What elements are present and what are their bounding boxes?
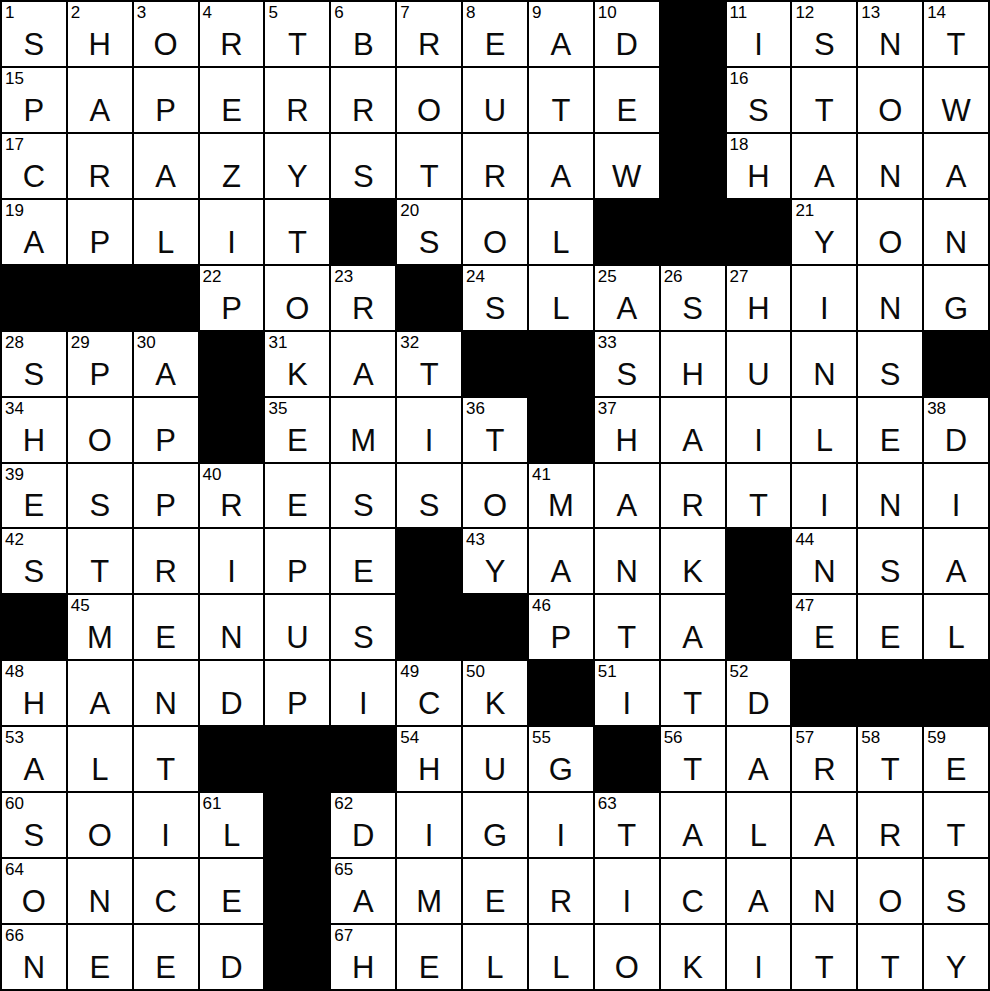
cell-r13c12[interactable]: L bbox=[727, 793, 791, 857]
cell-number: 39 bbox=[5, 464, 24, 485]
cell-r8c3[interactable]: P bbox=[134, 464, 198, 528]
cell-r13c1[interactable]: 60S bbox=[2, 793, 66, 857]
cell-r3c1[interactable]: 17C bbox=[2, 134, 66, 198]
cell-r8c4[interactable]: 40R bbox=[200, 464, 264, 528]
cell-letter: S bbox=[397, 227, 461, 258]
cell-r1c15[interactable]: 14T bbox=[924, 2, 988, 66]
cell-r15c2[interactable]: E bbox=[68, 925, 132, 989]
cell-r9c9[interactable]: A bbox=[529, 529, 593, 593]
cell-r10c9[interactable]: 46P bbox=[529, 595, 593, 659]
cell-r10c13[interactable]: 47E bbox=[792, 595, 856, 659]
cell-r7c11[interactable]: A bbox=[661, 398, 725, 462]
cell-r2c1[interactable]: 15P bbox=[2, 68, 66, 132]
cell-letter: U bbox=[463, 95, 527, 126]
cell-r3c6[interactable]: S bbox=[331, 134, 395, 198]
cell-letter: D bbox=[727, 688, 791, 719]
cell-r2c12[interactable]: 16S bbox=[727, 68, 791, 132]
cell-number: 38 bbox=[927, 398, 946, 419]
cell-r9c13[interactable]: 44N bbox=[792, 529, 856, 593]
cell-r12c12[interactable]: A bbox=[727, 727, 791, 791]
cell-r13c11[interactable]: A bbox=[661, 793, 725, 857]
cell-r2c10[interactable]: E bbox=[595, 68, 659, 132]
cell-r7c14[interactable]: E bbox=[858, 398, 922, 462]
black-cell bbox=[529, 661, 593, 725]
cell-r5c11[interactable]: 26S bbox=[661, 266, 725, 330]
cell-letter: C bbox=[2, 161, 66, 192]
cell-r2c6[interactable]: R bbox=[331, 68, 395, 132]
black-cell bbox=[727, 200, 791, 264]
cell-r4c4[interactable]: I bbox=[200, 200, 264, 264]
cell-r11c2[interactable]: A bbox=[68, 661, 132, 725]
cell-letter: R bbox=[792, 754, 856, 785]
cell-letter: T bbox=[68, 556, 132, 587]
cell-r7c7[interactable]: I bbox=[397, 398, 461, 462]
cell-number: 34 bbox=[5, 398, 24, 419]
cell-r8c10[interactable]: A bbox=[595, 464, 659, 528]
cell-r14c7[interactable]: M bbox=[397, 859, 461, 923]
cell-r1c14[interactable]: 13N bbox=[858, 2, 922, 66]
cell-number: 20 bbox=[400, 200, 419, 221]
cell-r2c15[interactable]: W bbox=[924, 68, 988, 132]
cell-r2c3[interactable]: P bbox=[134, 68, 198, 132]
cell-r12c3[interactable]: T bbox=[134, 727, 198, 791]
cell-r13c3[interactable]: I bbox=[134, 793, 198, 857]
cell-number: 18 bbox=[730, 134, 749, 155]
cell-r14c11[interactable]: C bbox=[661, 859, 725, 923]
cell-letter: R bbox=[265, 95, 329, 126]
cell-r5c9[interactable]: L bbox=[529, 266, 593, 330]
cell-r12c11[interactable]: 56T bbox=[661, 727, 725, 791]
cell-r7c8[interactable]: 36T bbox=[463, 398, 527, 462]
cell-letter: S bbox=[397, 490, 461, 521]
cell-r8c15[interactable]: I bbox=[924, 464, 988, 528]
cell-number: 23 bbox=[334, 266, 353, 287]
cell-letter: L bbox=[792, 425, 856, 456]
cell-r2c5[interactable]: R bbox=[265, 68, 329, 132]
cell-r8c9[interactable]: 41M bbox=[529, 464, 593, 528]
cell-r4c13[interactable]: 21Y bbox=[792, 200, 856, 264]
cell-letter: R bbox=[331, 95, 395, 126]
cell-letter: U bbox=[727, 359, 791, 390]
cell-letter: R bbox=[463, 161, 527, 192]
cell-letter: I bbox=[397, 820, 461, 851]
cell-r6c5[interactable]: 31K bbox=[265, 332, 329, 396]
cell-number: 65 bbox=[334, 859, 353, 880]
cell-letter: T bbox=[265, 227, 329, 258]
cell-r15c11[interactable]: K bbox=[661, 925, 725, 989]
cell-r13c7[interactable]: I bbox=[397, 793, 461, 857]
cell-r8c7[interactable]: S bbox=[397, 464, 461, 528]
cell-letter: C bbox=[134, 886, 198, 917]
cell-r15c4[interactable]: D bbox=[200, 925, 264, 989]
cell-letter: W bbox=[924, 95, 988, 126]
cell-letter: S bbox=[595, 359, 659, 390]
cell-r14c14[interactable]: O bbox=[858, 859, 922, 923]
cell-r9c2[interactable]: T bbox=[68, 529, 132, 593]
black-cell bbox=[331, 727, 395, 791]
cell-r6c1[interactable]: 28S bbox=[2, 332, 66, 396]
cell-r13c2[interactable]: O bbox=[68, 793, 132, 857]
black-cell bbox=[595, 727, 659, 791]
cell-r2c2[interactable]: A bbox=[68, 68, 132, 132]
cell-r15c15[interactable]: Y bbox=[924, 925, 988, 989]
cell-letter: G bbox=[463, 820, 527, 851]
cell-letter: R bbox=[529, 886, 593, 917]
cell-r5c10[interactable]: 25A bbox=[595, 266, 659, 330]
cell-r13c9[interactable]: I bbox=[529, 793, 593, 857]
cell-r3c7[interactable]: T bbox=[397, 134, 461, 198]
cell-r11c3[interactable]: N bbox=[134, 661, 198, 725]
cell-number: 62 bbox=[334, 793, 353, 814]
cell-r4c1[interactable]: 19A bbox=[2, 200, 66, 264]
cell-r11c11[interactable]: T bbox=[661, 661, 725, 725]
cell-r11c12[interactable]: 52D bbox=[727, 661, 791, 725]
cell-letter: T bbox=[792, 952, 856, 983]
cell-r7c6[interactable]: M bbox=[331, 398, 395, 462]
cell-r14c6[interactable]: 65A bbox=[331, 859, 395, 923]
cell-letter: I bbox=[331, 688, 395, 719]
cell-r6c6[interactable]: A bbox=[331, 332, 395, 396]
cell-r6c14[interactable]: S bbox=[858, 332, 922, 396]
cell-letter: A bbox=[924, 161, 988, 192]
cell-letter: E bbox=[134, 952, 198, 983]
cell-r6c7[interactable]: 32T bbox=[397, 332, 461, 396]
cell-r9c10[interactable]: N bbox=[595, 529, 659, 593]
cell-r2c13[interactable]: T bbox=[792, 68, 856, 132]
cell-r10c15[interactable]: L bbox=[924, 595, 988, 659]
cell-r14c3[interactable]: C bbox=[134, 859, 198, 923]
cell-letter: H bbox=[2, 425, 66, 456]
cell-r11c6[interactable]: I bbox=[331, 661, 395, 725]
cell-r10c4[interactable]: N bbox=[200, 595, 264, 659]
cell-letter: R bbox=[661, 490, 725, 521]
cell-r10c14[interactable]: E bbox=[858, 595, 922, 659]
cell-r11c7[interactable]: 49C bbox=[397, 661, 461, 725]
cell-r8c12[interactable]: T bbox=[727, 464, 791, 528]
cell-r15c13[interactable]: T bbox=[792, 925, 856, 989]
cell-r8c11[interactable]: R bbox=[661, 464, 725, 528]
cell-letter: E bbox=[463, 886, 527, 917]
black-cell bbox=[200, 332, 264, 396]
cell-r3c8[interactable]: R bbox=[463, 134, 527, 198]
cell-letter: I bbox=[397, 425, 461, 456]
cell-r15c9[interactable]: L bbox=[529, 925, 593, 989]
cell-r9c4[interactable]: I bbox=[200, 529, 264, 593]
cell-letter: E bbox=[265, 490, 329, 521]
cell-r12c2[interactable]: L bbox=[68, 727, 132, 791]
cell-r13c14[interactable]: R bbox=[858, 793, 922, 857]
cell-r13c15[interactable]: T bbox=[924, 793, 988, 857]
cell-r8c13[interactable]: I bbox=[792, 464, 856, 528]
cell-number: 11 bbox=[730, 2, 748, 23]
cell-letter: D bbox=[200, 688, 264, 719]
cell-letter: M bbox=[331, 425, 395, 456]
cell-letter: M bbox=[529, 490, 593, 521]
cell-r12c9[interactable]: 55G bbox=[529, 727, 593, 791]
cell-r9c5[interactable]: P bbox=[265, 529, 329, 593]
cell-r11c10[interactable]: 51I bbox=[595, 661, 659, 725]
cell-r7c2[interactable]: O bbox=[68, 398, 132, 462]
cell-letter: A bbox=[134, 161, 198, 192]
cell-r8c14[interactable]: N bbox=[858, 464, 922, 528]
cell-letter: A bbox=[595, 293, 659, 324]
cell-letter: T bbox=[397, 359, 461, 390]
cell-letter: E bbox=[858, 622, 922, 653]
cell-r4c5[interactable]: T bbox=[265, 200, 329, 264]
cell-letter: N bbox=[858, 293, 922, 324]
cell-letter: E bbox=[792, 622, 856, 653]
cell-r3c3[interactable]: A bbox=[134, 134, 198, 198]
cell-r5c8[interactable]: 24S bbox=[463, 266, 527, 330]
cell-r15c1[interactable]: 66N bbox=[2, 925, 66, 989]
cell-letter: I bbox=[792, 490, 856, 521]
cell-letter: C bbox=[661, 886, 725, 917]
cell-r2c14[interactable]: O bbox=[858, 68, 922, 132]
cell-number: 30 bbox=[137, 332, 156, 353]
cell-r14c10[interactable]: I bbox=[595, 859, 659, 923]
cell-r1c5[interactable]: 5T bbox=[265, 2, 329, 66]
cell-r13c13[interactable]: A bbox=[792, 793, 856, 857]
cell-r5c4[interactable]: 22P bbox=[200, 266, 264, 330]
cell-r11c5[interactable]: P bbox=[265, 661, 329, 725]
cell-r9c14[interactable]: S bbox=[858, 529, 922, 593]
cell-r11c8[interactable]: 50K bbox=[463, 661, 527, 725]
cell-r10c5[interactable]: U bbox=[265, 595, 329, 659]
cell-r2c8[interactable]: U bbox=[463, 68, 527, 132]
cell-r10c10[interactable]: T bbox=[595, 595, 659, 659]
cell-letter: N bbox=[858, 29, 922, 60]
black-cell bbox=[792, 661, 856, 725]
cell-r3c12[interactable]: 18H bbox=[727, 134, 791, 198]
cell-r7c13[interactable]: L bbox=[792, 398, 856, 462]
cell-r12c8[interactable]: U bbox=[463, 727, 527, 791]
cell-r4c3[interactable]: L bbox=[134, 200, 198, 264]
cell-number: 31 bbox=[268, 332, 287, 353]
cell-r7c12[interactable]: I bbox=[727, 398, 791, 462]
cell-r5c14[interactable]: N bbox=[858, 266, 922, 330]
cell-r7c1[interactable]: 34H bbox=[2, 398, 66, 462]
cell-r13c6[interactable]: 62D bbox=[331, 793, 395, 857]
cell-letter: A bbox=[134, 359, 198, 390]
cell-number: 5 bbox=[268, 2, 277, 23]
cell-r1c9[interactable]: 9A bbox=[529, 2, 593, 66]
cell-letter: E bbox=[595, 95, 659, 126]
cell-number: 21 bbox=[795, 200, 814, 221]
cell-letter: I bbox=[924, 490, 988, 521]
cell-letter: Y bbox=[792, 227, 856, 258]
cell-r8c6[interactable]: S bbox=[331, 464, 395, 528]
cell-r1c6[interactable]: 6B bbox=[331, 2, 395, 66]
cell-r3c4[interactable]: Z bbox=[200, 134, 264, 198]
cell-letter: A bbox=[331, 359, 395, 390]
cell-r15c3[interactable]: E bbox=[134, 925, 198, 989]
cell-r6c13[interactable]: N bbox=[792, 332, 856, 396]
black-cell bbox=[397, 595, 461, 659]
cell-letter: K bbox=[661, 556, 725, 587]
cell-r4c8[interactable]: O bbox=[463, 200, 527, 264]
cell-r3c2[interactable]: R bbox=[68, 134, 132, 198]
cell-letter: S bbox=[331, 161, 395, 192]
cell-r1c10[interactable]: 10D bbox=[595, 2, 659, 66]
cell-r3c13[interactable]: A bbox=[792, 134, 856, 198]
cell-r5c6[interactable]: 23R bbox=[331, 266, 395, 330]
cell-r10c6[interactable]: S bbox=[331, 595, 395, 659]
cell-number: 28 bbox=[5, 332, 24, 353]
cell-r3c5[interactable]: Y bbox=[265, 134, 329, 198]
cell-letter: H bbox=[595, 425, 659, 456]
cell-r3c10[interactable]: W bbox=[595, 134, 659, 198]
cell-number: 22 bbox=[203, 266, 222, 287]
cell-letter: P bbox=[200, 293, 264, 324]
black-cell bbox=[858, 661, 922, 725]
cell-letter: A bbox=[529, 29, 593, 60]
cell-r1c8[interactable]: 8E bbox=[463, 2, 527, 66]
cell-r13c8[interactable]: G bbox=[463, 793, 527, 857]
cell-letter: C bbox=[397, 688, 461, 719]
cell-number: 12 bbox=[795, 2, 814, 23]
cell-letter: I bbox=[727, 425, 791, 456]
cell-r4c14[interactable]: O bbox=[858, 200, 922, 264]
black-cell bbox=[397, 529, 461, 593]
cell-r4c7[interactable]: 20S bbox=[397, 200, 461, 264]
cell-r2c9[interactable]: T bbox=[529, 68, 593, 132]
cell-r14c12[interactable]: A bbox=[727, 859, 791, 923]
cell-r9c8[interactable]: 43Y bbox=[463, 529, 527, 593]
cell-r1c7[interactable]: 7R bbox=[397, 2, 461, 66]
cell-letter: I bbox=[792, 293, 856, 324]
cell-r14c1[interactable]: 64O bbox=[2, 859, 66, 923]
cell-r14c9[interactable]: R bbox=[529, 859, 593, 923]
cell-r15c8[interactable]: L bbox=[463, 925, 527, 989]
cell-r4c2[interactable]: P bbox=[68, 200, 132, 264]
cell-r10c11[interactable]: A bbox=[661, 595, 725, 659]
cell-r3c9[interactable]: A bbox=[529, 134, 593, 198]
cell-r3c15[interactable]: A bbox=[924, 134, 988, 198]
black-cell bbox=[265, 859, 329, 923]
cell-r15c14[interactable]: T bbox=[858, 925, 922, 989]
cell-letter: T bbox=[858, 754, 922, 785]
cell-letter: T bbox=[924, 820, 988, 851]
cell-r7c3[interactable]: P bbox=[134, 398, 198, 462]
cell-letter: T bbox=[792, 95, 856, 126]
cell-r9c15[interactable]: A bbox=[924, 529, 988, 593]
cell-r13c10[interactable]: 63T bbox=[595, 793, 659, 857]
cell-r13c4[interactable]: 61L bbox=[200, 793, 264, 857]
cell-letter: I bbox=[727, 29, 791, 60]
cell-letter: M bbox=[68, 622, 132, 653]
cell-r9c3[interactable]: R bbox=[134, 529, 198, 593]
cell-letter: P bbox=[134, 490, 198, 521]
cell-r1c13[interactable]: 12S bbox=[792, 2, 856, 66]
cell-r6c11[interactable]: H bbox=[661, 332, 725, 396]
cell-r12c14[interactable]: 58T bbox=[858, 727, 922, 791]
cell-letter: R bbox=[68, 161, 132, 192]
cell-r12c13[interactable]: 57R bbox=[792, 727, 856, 791]
cell-r8c8[interactable]: O bbox=[463, 464, 527, 528]
cell-letter: H bbox=[331, 952, 395, 983]
cell-r15c6[interactable]: 67H bbox=[331, 925, 395, 989]
cell-letter: A bbox=[661, 820, 725, 851]
cell-r6c12[interactable]: U bbox=[727, 332, 791, 396]
cell-number: 9 bbox=[532, 2, 541, 23]
cell-r9c1[interactable]: 42S bbox=[2, 529, 66, 593]
cell-letter: N bbox=[858, 161, 922, 192]
cell-r6c10[interactable]: 33S bbox=[595, 332, 659, 396]
cell-r10c2[interactable]: 45M bbox=[68, 595, 132, 659]
cell-r9c6[interactable]: E bbox=[331, 529, 395, 593]
cell-r8c5[interactable]: E bbox=[265, 464, 329, 528]
cell-number: 49 bbox=[400, 661, 419, 682]
cell-r11c1[interactable]: 48H bbox=[2, 661, 66, 725]
cell-r12c7[interactable]: 54H bbox=[397, 727, 461, 791]
cell-r14c2[interactable]: N bbox=[68, 859, 132, 923]
cell-letter: R bbox=[397, 29, 461, 60]
cell-r5c12[interactable]: 27H bbox=[727, 266, 791, 330]
cell-r5c5[interactable]: O bbox=[265, 266, 329, 330]
cell-r14c15[interactable]: S bbox=[924, 859, 988, 923]
cell-letter: I bbox=[727, 952, 791, 983]
cell-r1c3[interactable]: 3O bbox=[134, 2, 198, 66]
cell-number: 40 bbox=[203, 464, 222, 485]
cell-r7c15[interactable]: 38D bbox=[924, 398, 988, 462]
cell-letter: A bbox=[595, 490, 659, 521]
cell-r14c13[interactable]: N bbox=[792, 859, 856, 923]
cell-r6c2[interactable]: 29P bbox=[68, 332, 132, 396]
cell-r4c15[interactable]: N bbox=[924, 200, 988, 264]
cell-r10c3[interactable]: E bbox=[134, 595, 198, 659]
cell-r1c2[interactable]: 2H bbox=[68, 2, 132, 66]
cell-r15c10[interactable]: O bbox=[595, 925, 659, 989]
cell-number: 32 bbox=[400, 332, 419, 353]
cell-r1c12[interactable]: 11I bbox=[727, 2, 791, 66]
cell-r4c9[interactable]: L bbox=[529, 200, 593, 264]
cell-r12c15[interactable]: 59E bbox=[924, 727, 988, 791]
cell-r7c10[interactable]: 37H bbox=[595, 398, 659, 462]
cell-letter: E bbox=[331, 556, 395, 587]
cell-letter: P bbox=[68, 359, 132, 390]
cell-r2c7[interactable]: O bbox=[397, 68, 461, 132]
cell-number: 37 bbox=[598, 398, 617, 419]
cell-r9c11[interactable]: K bbox=[661, 529, 725, 593]
cell-r8c2[interactable]: S bbox=[68, 464, 132, 528]
cell-letter: N bbox=[858, 490, 922, 521]
cell-number: 41 bbox=[532, 464, 551, 485]
cell-r11c4[interactable]: D bbox=[200, 661, 264, 725]
cell-letter: G bbox=[529, 754, 593, 785]
cell-number: 19 bbox=[5, 200, 24, 221]
cell-r2c4[interactable]: E bbox=[200, 68, 264, 132]
cell-letter: O bbox=[68, 425, 132, 456]
cell-r12c1[interactable]: 53A bbox=[2, 727, 66, 791]
cell-r1c4[interactable]: 4R bbox=[200, 2, 264, 66]
cell-r1c1[interactable]: 1S bbox=[2, 2, 66, 66]
cell-r3c14[interactable]: N bbox=[858, 134, 922, 198]
cell-r5c15[interactable]: G bbox=[924, 266, 988, 330]
cell-r15c7[interactable]: E bbox=[397, 925, 461, 989]
cell-number: 27 bbox=[730, 266, 749, 287]
cell-r14c8[interactable]: E bbox=[463, 859, 527, 923]
cell-number: 54 bbox=[400, 727, 419, 748]
cell-r7c5[interactable]: 35E bbox=[265, 398, 329, 462]
cell-r15c12[interactable]: I bbox=[727, 925, 791, 989]
cell-letter: N bbox=[134, 688, 198, 719]
cell-r8c1[interactable]: 39E bbox=[2, 464, 66, 528]
cell-letter: S bbox=[924, 886, 988, 917]
cell-r6c3[interactable]: 30A bbox=[134, 332, 198, 396]
cell-r5c13[interactable]: I bbox=[792, 266, 856, 330]
cell-r14c4[interactable]: E bbox=[200, 859, 264, 923]
cell-letter: W bbox=[595, 161, 659, 192]
